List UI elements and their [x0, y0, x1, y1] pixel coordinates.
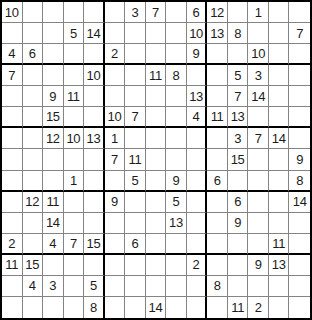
cell-r3c10[interactable]: 9: [187, 44, 208, 65]
cell-r7c14[interactable]: 14: [269, 128, 290, 149]
cell-r4c4[interactable]: [64, 65, 85, 86]
cell-r6c6[interactable]: 10: [105, 107, 126, 128]
cell-r11c5[interactable]: [84, 213, 105, 234]
cell-r3c12[interactable]: [228, 44, 249, 65]
cell-r7c15[interactable]: [289, 128, 310, 149]
cell-r2c7[interactable]: [125, 23, 146, 44]
cell-r10c5[interactable]: [84, 192, 105, 213]
cell-r1c1[interactable]: 10: [2, 2, 23, 23]
cell-r2c14[interactable]: [269, 23, 290, 44]
cell-r15c1[interactable]: [2, 297, 23, 318]
cell-r10c11[interactable]: [207, 192, 228, 213]
cell-r4c7[interactable]: [125, 65, 146, 86]
cell-r3c7[interactable]: [125, 44, 146, 65]
cell-r6c3[interactable]: 15: [43, 107, 64, 128]
cell-r5c2[interactable]: [23, 86, 44, 107]
cell-r8c7[interactable]: 11: [125, 149, 146, 170]
cell-r1c14[interactable]: [269, 2, 290, 23]
cell-r3c2[interactable]: 6: [23, 44, 44, 65]
cell-r12c13[interactable]: [248, 234, 269, 255]
cell-r2c13[interactable]: [248, 23, 269, 44]
cell-r13c8[interactable]: [146, 255, 167, 276]
cell-r6c13[interactable]: [248, 107, 269, 128]
cell-r1c12[interactable]: [228, 2, 249, 23]
cell-r6c5[interactable]: [84, 107, 105, 128]
cell-r6c1[interactable]: [2, 107, 23, 128]
cell-r8c11[interactable]: [207, 149, 228, 170]
cell-r3c5[interactable]: [84, 44, 105, 65]
cell-r1c4[interactable]: [64, 2, 85, 23]
cell-r2c10[interactable]: 10: [187, 23, 208, 44]
cell-r10c2[interactable]: 12: [23, 192, 44, 213]
cell-r8c12[interactable]: 15: [228, 149, 249, 170]
cell-r1c5[interactable]: [84, 2, 105, 23]
cell-r10c3[interactable]: 11: [43, 192, 64, 213]
cell-r9c14[interactable]: [269, 171, 290, 192]
cell-r10c8[interactable]: [146, 192, 167, 213]
cell-r4c5[interactable]: 10: [84, 65, 105, 86]
cell-r12c8[interactable]: [146, 234, 167, 255]
cell-r1c2[interactable]: [23, 2, 44, 23]
cell-r6c2[interactable]: [23, 107, 44, 128]
cell-r15c3[interactable]: [43, 297, 64, 318]
cell-r11c9[interactable]: 13: [166, 213, 187, 234]
cell-r10c1[interactable]: [2, 192, 23, 213]
cell-r9c2[interactable]: [23, 171, 44, 192]
cell-r11c4[interactable]: [64, 213, 85, 234]
cell-r11c10[interactable]: [187, 213, 208, 234]
cell-r11c2[interactable]: [23, 213, 44, 234]
cell-r4c9[interactable]: 8: [166, 65, 187, 86]
cell-r9c1[interactable]: [2, 171, 23, 192]
cell-r1c13[interactable]: 1: [248, 2, 269, 23]
cell-r13c12[interactable]: [228, 255, 249, 276]
cell-r9c8[interactable]: [146, 171, 167, 192]
cell-r12c10[interactable]: [187, 234, 208, 255]
cell-r8c8[interactable]: [146, 149, 167, 170]
cell-r5c11[interactable]: [207, 86, 228, 107]
cell-r8c6[interactable]: 7: [105, 149, 126, 170]
cell-r10c12[interactable]: 6: [228, 192, 249, 213]
cell-r3c14[interactable]: [269, 44, 290, 65]
cell-r1c10[interactable]: 6: [187, 2, 208, 23]
cell-r9c15[interactable]: 8: [289, 171, 310, 192]
cell-r4c12[interactable]: 5: [228, 65, 249, 86]
cell-r14c11[interactable]: 8: [207, 276, 228, 297]
cell-r14c4[interactable]: [64, 276, 85, 297]
cell-r10c4[interactable]: [64, 192, 85, 213]
cell-r5c4[interactable]: 11: [64, 86, 85, 107]
cell-r2c8[interactable]: [146, 23, 167, 44]
cell-r4c6[interactable]: [105, 65, 126, 86]
cell-r13c1[interactable]: 11: [2, 255, 23, 276]
cell-r15c9[interactable]: [166, 297, 187, 318]
cell-r9c9[interactable]: 9: [166, 171, 187, 192]
cell-r3c15[interactable]: [289, 44, 310, 65]
cell-r11c7[interactable]: [125, 213, 146, 234]
cell-r5c3[interactable]: 9: [43, 86, 64, 107]
cell-r8c15[interactable]: 9: [289, 149, 310, 170]
cell-r10c10[interactable]: [187, 192, 208, 213]
cell-r9c12[interactable]: [228, 171, 249, 192]
cell-r7c4[interactable]: 10: [64, 128, 85, 149]
cell-r4c10[interactable]: [187, 65, 208, 86]
cell-r3c13[interactable]: 10: [248, 44, 269, 65]
cell-r11c6[interactable]: [105, 213, 126, 234]
cell-r5c5[interactable]: [84, 86, 105, 107]
cell-r5c9[interactable]: [166, 86, 187, 107]
cell-r12c9[interactable]: [166, 234, 187, 255]
cell-r11c8[interactable]: [146, 213, 167, 234]
cell-r6c8[interactable]: [146, 107, 167, 128]
cell-r13c2[interactable]: 15: [23, 255, 44, 276]
cell-r13c6[interactable]: [105, 255, 126, 276]
cell-r9c6[interactable]: [105, 171, 126, 192]
cell-r7c7[interactable]: [125, 128, 146, 149]
cell-r14c2[interactable]: 4: [23, 276, 44, 297]
cell-r3c1[interactable]: 4: [2, 44, 23, 65]
cell-r15c2[interactable]: [23, 297, 44, 318]
cell-r14c8[interactable]: [146, 276, 167, 297]
cell-r7c13[interactable]: 7: [248, 128, 269, 149]
cell-r8c2[interactable]: [23, 149, 44, 170]
cell-r12c7[interactable]: 6: [125, 234, 146, 255]
cell-r7c5[interactable]: 13: [84, 128, 105, 149]
cell-r14c15[interactable]: [289, 276, 310, 297]
cell-r14c13[interactable]: [248, 276, 269, 297]
cell-r3c3[interactable]: [43, 44, 64, 65]
cell-r8c13[interactable]: [248, 149, 269, 170]
cell-r9c11[interactable]: 6: [207, 171, 228, 192]
cell-r5c10[interactable]: 13: [187, 86, 208, 107]
cell-r15c11[interactable]: [207, 297, 228, 318]
sudoku-page: 1037612151410138746291071011853911137141…: [0, 0, 312, 320]
cell-r9c10[interactable]: [187, 171, 208, 192]
cell-r14c5[interactable]: 5: [84, 276, 105, 297]
cell-r12c12[interactable]: [228, 234, 249, 255]
cell-r3c11[interactable]: [207, 44, 228, 65]
cell-r8c5[interactable]: [84, 149, 105, 170]
cell-r8c14[interactable]: [269, 149, 290, 170]
cell-r5c1[interactable]: [2, 86, 23, 107]
cell-r6c9[interactable]: [166, 107, 187, 128]
cell-r14c6[interactable]: [105, 276, 126, 297]
cell-r4c2[interactable]: [23, 65, 44, 86]
cell-r10c14[interactable]: [269, 192, 290, 213]
cell-r10c15[interactable]: 14: [289, 192, 310, 213]
cell-r6c4[interactable]: [64, 107, 85, 128]
cell-r2c12[interactable]: 8: [228, 23, 249, 44]
cell-r13c13[interactable]: 9: [248, 255, 269, 276]
cell-r1c9[interactable]: [166, 2, 187, 23]
cell-r9c3[interactable]: [43, 171, 64, 192]
cell-r8c4[interactable]: [64, 149, 85, 170]
cell-r14c1[interactable]: [2, 276, 23, 297]
cell-r15c10[interactable]: [187, 297, 208, 318]
cell-r11c15[interactable]: [289, 213, 310, 234]
cell-r7c11[interactable]: [207, 128, 228, 149]
cell-r1c8[interactable]: 7: [146, 2, 167, 23]
cell-r5c7[interactable]: [125, 86, 146, 107]
cell-r1c6[interactable]: [105, 2, 126, 23]
cell-r13c4[interactable]: [64, 255, 85, 276]
cell-r12c3[interactable]: 4: [43, 234, 64, 255]
cell-r11c12[interactable]: 9: [228, 213, 249, 234]
cell-r2c15[interactable]: 7: [289, 23, 310, 44]
cell-r12c2[interactable]: [23, 234, 44, 255]
cell-r3c6[interactable]: 2: [105, 44, 126, 65]
cell-r13c10[interactable]: 2: [187, 255, 208, 276]
cell-r15c12[interactable]: 11: [228, 297, 249, 318]
cell-r2c11[interactable]: 13: [207, 23, 228, 44]
cell-r6c7[interactable]: 7: [125, 107, 146, 128]
cell-r8c10[interactable]: [187, 149, 208, 170]
cell-r4c1[interactable]: 7: [2, 65, 23, 86]
cell-r12c4[interactable]: 7: [64, 234, 85, 255]
cell-r14c12[interactable]: [228, 276, 249, 297]
cell-r4c8[interactable]: 11: [146, 65, 167, 86]
cell-r5c12[interactable]: 7: [228, 86, 249, 107]
cell-r11c1[interactable]: [2, 213, 23, 234]
cell-r11c14[interactable]: [269, 213, 290, 234]
cell-r1c7[interactable]: 3: [125, 2, 146, 23]
cell-r7c1[interactable]: [2, 128, 23, 149]
cell-r15c14[interactable]: [269, 297, 290, 318]
cell-r15c8[interactable]: 14: [146, 297, 167, 318]
cell-r7c2[interactable]: [23, 128, 44, 149]
cell-r2c9[interactable]: [166, 23, 187, 44]
cell-r9c4[interactable]: 1: [64, 171, 85, 192]
cell-r10c9[interactable]: 5: [166, 192, 187, 213]
cell-r8c1[interactable]: [2, 149, 23, 170]
cell-r5c13[interactable]: 14: [248, 86, 269, 107]
cell-r4c11[interactable]: [207, 65, 228, 86]
cell-r13c5[interactable]: [84, 255, 105, 276]
cell-r11c13[interactable]: [248, 213, 269, 234]
cell-r5c15[interactable]: [289, 86, 310, 107]
cell-r1c11[interactable]: 12: [207, 2, 228, 23]
cell-r6c12[interactable]: 13: [228, 107, 249, 128]
cell-r5c14[interactable]: [269, 86, 290, 107]
cell-r12c6[interactable]: [105, 234, 126, 255]
cell-r9c13[interactable]: [248, 171, 269, 192]
cell-r7c12[interactable]: 3: [228, 128, 249, 149]
cell-r2c3[interactable]: [43, 23, 64, 44]
cell-r14c10[interactable]: [187, 276, 208, 297]
cell-r13c9[interactable]: [166, 255, 187, 276]
cell-r13c15[interactable]: [289, 255, 310, 276]
cell-r1c15[interactable]: [289, 2, 310, 23]
cell-r8c9[interactable]: [166, 149, 187, 170]
cell-r6c10[interactable]: 4: [187, 107, 208, 128]
cell-r2c1[interactable]: [2, 23, 23, 44]
cell-r15c5[interactable]: 8: [84, 297, 105, 318]
cell-r15c13[interactable]: 2: [248, 297, 269, 318]
cell-r6c14[interactable]: [269, 107, 290, 128]
cell-r5c6[interactable]: [105, 86, 126, 107]
cell-r9c7[interactable]: 5: [125, 171, 146, 192]
cell-r15c6[interactable]: [105, 297, 126, 318]
cell-r10c7[interactable]: [125, 192, 146, 213]
cell-r13c3[interactable]: [43, 255, 64, 276]
cell-r12c11[interactable]: [207, 234, 228, 255]
cell-r3c9[interactable]: [166, 44, 187, 65]
cell-r12c5[interactable]: 15: [84, 234, 105, 255]
cell-r9c5[interactable]: [84, 171, 105, 192]
cell-r2c4[interactable]: 5: [64, 23, 85, 44]
cell-r7c6[interactable]: 1: [105, 128, 126, 149]
cell-r4c13[interactable]: 3: [248, 65, 269, 86]
cell-r14c9[interactable]: [166, 276, 187, 297]
cell-r10c13[interactable]: [248, 192, 269, 213]
cell-r15c7[interactable]: [125, 297, 146, 318]
cell-r6c11[interactable]: 11: [207, 107, 228, 128]
cell-r4c3[interactable]: [43, 65, 64, 86]
cell-r3c4[interactable]: [64, 44, 85, 65]
cell-r7c9[interactable]: [166, 128, 187, 149]
cell-r12c1[interactable]: 2: [2, 234, 23, 255]
cell-r13c11[interactable]: [207, 255, 228, 276]
cell-r1c3[interactable]: [43, 2, 64, 23]
cell-r15c15[interactable]: [289, 297, 310, 318]
cell-r14c7[interactable]: [125, 276, 146, 297]
cell-r11c11[interactable]: [207, 213, 228, 234]
sudoku-board: 1037612151410138746291071011853911137141…: [0, 0, 312, 320]
cell-r14c3[interactable]: 3: [43, 276, 64, 297]
cell-r13c7[interactable]: [125, 255, 146, 276]
cell-r10c6[interactable]: 9: [105, 192, 126, 213]
cell-r2c2[interactable]: [23, 23, 44, 44]
cell-r11c3[interactable]: 14: [43, 213, 64, 234]
cell-r4c15[interactable]: [289, 65, 310, 86]
cell-r14c14[interactable]: [269, 276, 290, 297]
cell-r8c3[interactable]: [43, 149, 64, 170]
cell-r13c14[interactable]: 13: [269, 255, 290, 276]
cell-r2c5[interactable]: 14: [84, 23, 105, 44]
cell-r7c3[interactable]: 12: [43, 128, 64, 149]
cell-r7c10[interactable]: [187, 128, 208, 149]
cell-r3c8[interactable]: [146, 44, 167, 65]
cell-r6c15[interactable]: [289, 107, 310, 128]
cell-r7c8[interactable]: [146, 128, 167, 149]
cell-r4c14[interactable]: [269, 65, 290, 86]
cell-r2c6[interactable]: [105, 23, 126, 44]
cell-r12c15[interactable]: [289, 234, 310, 255]
cell-r12c14[interactable]: 11: [269, 234, 290, 255]
cell-r5c8[interactable]: [146, 86, 167, 107]
cell-r15c4[interactable]: [64, 297, 85, 318]
